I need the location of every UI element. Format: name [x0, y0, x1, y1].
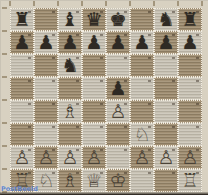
photo-edge-shadow: [0, 192, 208, 195]
piece-black-king: ♚: [107, 9, 129, 30]
margin-tick: [2, 122, 7, 124]
margin-tick: [105, 1, 107, 6]
square-b7[interactable]: ♟: [34, 31, 58, 54]
square-f7[interactable]: ♟: [130, 31, 154, 54]
square-g4[interactable]: [154, 100, 178, 123]
margin-tick: [2, 53, 7, 55]
piece-black-pawn: ♟: [179, 32, 201, 53]
piece-black-knight: ♞: [59, 55, 81, 76]
square-h6[interactable]: [178, 54, 202, 77]
piece-white-knight: ♘: [131, 124, 153, 145]
square-c3[interactable]: [58, 123, 82, 146]
square-b5[interactable]: [34, 77, 58, 100]
piece-black-pawn: ♟: [107, 32, 129, 53]
piece-white-bishop: ♗: [59, 170, 81, 191]
square-h7[interactable]: ♟: [178, 31, 202, 54]
square-e8[interactable]: ♚: [106, 8, 130, 31]
square-c5[interactable]: [58, 77, 82, 100]
square-g1[interactable]: [154, 169, 178, 192]
piece-black-queen: ♛: [83, 9, 105, 30]
piece-black-rook: ♜: [179, 9, 201, 30]
square-d1[interactable]: ♕: [82, 169, 106, 192]
margin-tick: [2, 30, 7, 32]
piece-black-pawn: ♟: [11, 32, 33, 53]
square-f1[interactable]: [130, 169, 154, 192]
square-f8[interactable]: [130, 8, 154, 31]
square-g3[interactable]: [154, 123, 178, 146]
square-h1[interactable]: ♖: [178, 169, 202, 192]
square-f3[interactable]: ♘: [130, 123, 154, 146]
piece-white-pawn: ♙: [131, 147, 153, 168]
piece-white-knight: ♘: [35, 170, 57, 191]
square-e3[interactable]: [106, 123, 130, 146]
piece-white-pawn: ♙: [11, 147, 33, 168]
margin-tick: [2, 145, 7, 147]
margin-tick: [153, 1, 155, 6]
square-g7[interactable]: ♟: [154, 31, 178, 54]
piece-black-pawn: ♟: [107, 78, 129, 99]
square-c7[interactable]: ♟: [58, 31, 82, 54]
square-g2[interactable]: ♙: [154, 146, 178, 169]
square-e2[interactable]: [106, 146, 130, 169]
chess-board: ♜♝♛♚♞♜♟♟♟♟♟♟♟♟♞♟♗♙♘♙♙♙♙♙♙♙♖♘♗♕♔♖: [10, 8, 202, 192]
piece-black-pawn: ♟: [83, 32, 105, 53]
square-c2[interactable]: ♙: [58, 146, 82, 169]
square-b6[interactable]: [34, 54, 58, 77]
square-b8[interactable]: [34, 8, 58, 31]
piece-white-pawn: ♙: [155, 147, 177, 168]
square-b4[interactable]: [34, 100, 58, 123]
square-d5[interactable]: [82, 77, 106, 100]
square-a3[interactable]: [10, 123, 34, 146]
square-a7[interactable]: ♟: [10, 31, 34, 54]
margin-tick: [2, 76, 7, 78]
margin-tick: [33, 1, 35, 6]
square-a8[interactable]: ♜: [10, 8, 34, 31]
square-d2[interactable]: ♙: [82, 146, 106, 169]
margin-tick: [177, 1, 179, 6]
square-c6[interactable]: ♞: [58, 54, 82, 77]
piece-white-pawn: ♙: [83, 147, 105, 168]
margin-tick: [9, 1, 11, 6]
square-e7[interactable]: ♟: [106, 31, 130, 54]
square-h2[interactable]: ♙: [178, 146, 202, 169]
margin-tick: [201, 1, 203, 6]
square-f2[interactable]: ♙: [130, 146, 154, 169]
square-d8[interactable]: ♛: [82, 8, 106, 31]
square-a4[interactable]: [10, 100, 34, 123]
margin-tick: [57, 1, 59, 6]
stamp-sheet: ♜♝♛♚♞♜♟♟♟♟♟♟♟♟♞♟♗♙♘♙♙♙♙♙♙♙♖♘♗♕♔♖ PostBee…: [0, 0, 208, 195]
margin-tick: [2, 99, 7, 101]
square-c4[interactable]: ♗: [58, 100, 82, 123]
margin-tick: [2, 7, 7, 9]
square-e6[interactable]: [106, 54, 130, 77]
piece-white-queen: ♕: [83, 170, 105, 191]
square-a6[interactable]: [10, 54, 34, 77]
piece-white-king: ♔: [107, 170, 129, 191]
piece-white-pawn: ♙: [179, 147, 201, 168]
square-h4[interactable]: [178, 100, 202, 123]
square-f5[interactable]: [130, 77, 154, 100]
margin-tick: [2, 168, 7, 170]
piece-white-bishop: ♗: [59, 101, 81, 122]
piece-black-pawn: ♟: [131, 32, 153, 53]
piece-white-pawn: ♙: [107, 101, 129, 122]
square-d6[interactable]: [82, 54, 106, 77]
square-c1[interactable]: ♗: [58, 169, 82, 192]
square-a5[interactable]: [10, 77, 34, 100]
piece-black-bishop: ♝: [59, 9, 81, 30]
piece-black-pawn: ♟: [35, 32, 57, 53]
square-h3[interactable]: [178, 123, 202, 146]
square-e1[interactable]: ♔: [106, 169, 130, 192]
square-d7[interactable]: ♟: [82, 31, 106, 54]
square-a2[interactable]: ♙: [10, 146, 34, 169]
square-g8[interactable]: ♞: [154, 8, 178, 31]
square-g5[interactable]: [154, 77, 178, 100]
piece-white-pawn: ♙: [35, 147, 57, 168]
margin-tick: [81, 1, 83, 6]
square-e5[interactable]: ♟: [106, 77, 130, 100]
margin-tick: [129, 1, 131, 6]
square-d3[interactable]: [82, 123, 106, 146]
square-f6[interactable]: [130, 54, 154, 77]
piece-white-pawn: ♙: [59, 147, 81, 168]
square-g6[interactable]: [154, 54, 178, 77]
piece-white-rook: ♖: [179, 170, 201, 191]
square-d4[interactable]: [82, 100, 106, 123]
square-c8[interactable]: ♝: [58, 8, 82, 31]
square-e4[interactable]: ♙: [106, 100, 130, 123]
piece-black-rook: ♜: [11, 9, 33, 30]
square-b2[interactable]: ♙: [34, 146, 58, 169]
piece-black-pawn: ♟: [59, 32, 81, 53]
square-f4[interactable]: [130, 100, 154, 123]
square-h5[interactable]: [178, 77, 202, 100]
piece-black-knight: ♞: [155, 9, 177, 30]
piece-black-pawn: ♟: [155, 32, 177, 53]
square-b3[interactable]: [34, 123, 58, 146]
square-h8[interactable]: ♜: [178, 8, 202, 31]
